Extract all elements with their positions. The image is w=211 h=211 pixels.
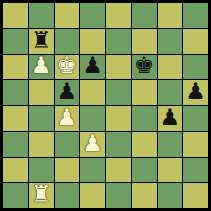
square-e3[interactable] [106, 132, 131, 157]
square-f2[interactable] [132, 158, 157, 183]
white-rook[interactable]: ♜ [31, 183, 52, 206]
square-h7[interactable] [183, 29, 208, 54]
black-pawn[interactable]: ♟ [160, 106, 181, 129]
square-c4[interactable]: ♟ [55, 106, 80, 131]
square-b6[interactable]: ♟ [29, 55, 54, 80]
square-f3[interactable] [132, 132, 157, 157]
square-c2[interactable] [55, 158, 80, 183]
square-a3[interactable] [3, 132, 28, 157]
square-b8[interactable] [29, 3, 54, 28]
white-pawn[interactable]: ♟ [57, 106, 78, 129]
square-d2[interactable] [80, 158, 105, 183]
square-e4[interactable] [106, 106, 131, 131]
square-h5[interactable]: ♟ [183, 80, 208, 105]
square-h4[interactable] [183, 106, 208, 131]
square-a7[interactable] [3, 29, 28, 54]
square-a6[interactable] [3, 55, 28, 80]
square-e7[interactable] [106, 29, 131, 54]
square-b5[interactable] [29, 80, 54, 105]
square-c6[interactable]: ♚ [55, 55, 80, 80]
square-f4[interactable] [132, 106, 157, 131]
square-g1[interactable] [158, 183, 183, 208]
black-pawn[interactable]: ♟ [57, 80, 78, 103]
square-e8[interactable] [106, 3, 131, 28]
square-b7[interactable]: ♜ [29, 29, 54, 54]
square-g8[interactable] [158, 3, 183, 28]
square-f7[interactable] [132, 29, 157, 54]
square-h6[interactable] [183, 55, 208, 80]
black-rook[interactable]: ♜ [31, 29, 52, 52]
square-g6[interactable] [158, 55, 183, 80]
square-f5[interactable] [132, 80, 157, 105]
square-b3[interactable] [29, 132, 54, 157]
white-king[interactable]: ♚ [57, 55, 78, 78]
square-c1[interactable] [55, 183, 80, 208]
square-b4[interactable] [29, 106, 54, 131]
square-g5[interactable] [158, 80, 183, 105]
square-d8[interactable] [80, 3, 105, 28]
square-e5[interactable] [106, 80, 131, 105]
square-h1[interactable] [183, 183, 208, 208]
square-d3[interactable]: ♟ [80, 132, 105, 157]
square-e2[interactable] [106, 158, 131, 183]
square-e6[interactable] [106, 55, 131, 80]
white-pawn[interactable]: ♟ [31, 55, 52, 78]
square-h2[interactable] [183, 158, 208, 183]
square-c5[interactable]: ♟ [55, 80, 80, 105]
square-d6[interactable]: ♟ [80, 55, 105, 80]
square-d4[interactable] [80, 106, 105, 131]
square-g4[interactable]: ♟ [158, 106, 183, 131]
black-pawn[interactable]: ♟ [185, 80, 206, 103]
chess-board: ♜♟♚♟♚♟♟♟♟♟♜ [0, 0, 211, 211]
square-e1[interactable] [106, 183, 131, 208]
square-h3[interactable] [183, 132, 208, 157]
black-pawn[interactable]: ♟ [82, 55, 103, 78]
square-f1[interactable] [132, 183, 157, 208]
square-g2[interactable] [158, 158, 183, 183]
black-king[interactable]: ♚ [134, 55, 155, 78]
square-a1[interactable] [3, 183, 28, 208]
white-pawn[interactable]: ♟ [82, 132, 103, 155]
square-d5[interactable] [80, 80, 105, 105]
square-a4[interactable] [3, 106, 28, 131]
square-c8[interactable] [55, 3, 80, 28]
square-a2[interactable] [3, 158, 28, 183]
square-h8[interactable] [183, 3, 208, 28]
square-d1[interactable] [80, 183, 105, 208]
square-a5[interactable] [3, 80, 28, 105]
square-c7[interactable] [55, 29, 80, 54]
square-b1[interactable]: ♜ [29, 183, 54, 208]
square-c3[interactable] [55, 132, 80, 157]
square-a8[interactable] [3, 3, 28, 28]
square-d7[interactable] [80, 29, 105, 54]
square-g3[interactable] [158, 132, 183, 157]
square-b2[interactable] [29, 158, 54, 183]
square-g7[interactable] [158, 29, 183, 54]
square-f8[interactable] [132, 3, 157, 28]
square-f6[interactable]: ♚ [132, 55, 157, 80]
